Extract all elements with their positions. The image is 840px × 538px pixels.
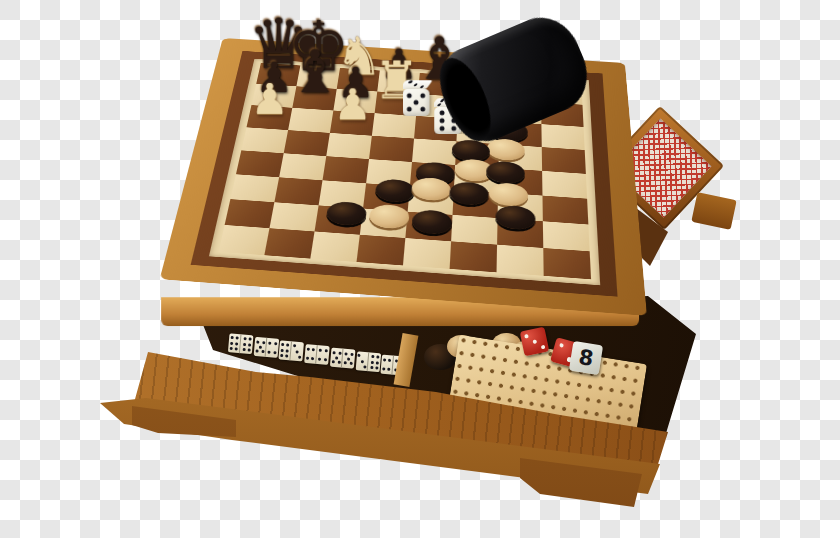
white-die-body <box>403 80 430 116</box>
checker-dark-g2 <box>495 204 535 230</box>
game-set-photo: 8 ♛♚♞♟♝♟♝♟♜♟♟ <box>0 0 840 538</box>
checker-dark-d3 <box>375 178 416 203</box>
checker-dark-g4 <box>486 160 525 184</box>
checker-light-f4 <box>454 158 493 182</box>
pip <box>414 100 419 105</box>
pip <box>440 111 445 116</box>
checker-dark-c2 <box>325 201 368 227</box>
checker-dark-e2 <box>411 209 452 235</box>
pip <box>437 103 443 106</box>
pip <box>420 107 425 112</box>
pip <box>413 83 419 86</box>
checker-dark-f3 <box>449 181 489 206</box>
pip <box>440 118 445 123</box>
die-top-face <box>399 80 432 89</box>
pip <box>440 126 445 131</box>
checker-light-g3 <box>489 182 529 207</box>
pip <box>420 93 425 98</box>
pip <box>407 81 413 84</box>
light-pawn-glyph: ♟ <box>309 83 396 126</box>
checker-light-g5 <box>487 138 525 161</box>
checker-light-d2 <box>368 204 410 230</box>
pip <box>407 93 412 98</box>
pip <box>407 107 412 112</box>
light-pawn-glyph: ♟ <box>226 78 313 120</box>
pip <box>452 126 457 131</box>
die-front-face <box>403 89 430 116</box>
